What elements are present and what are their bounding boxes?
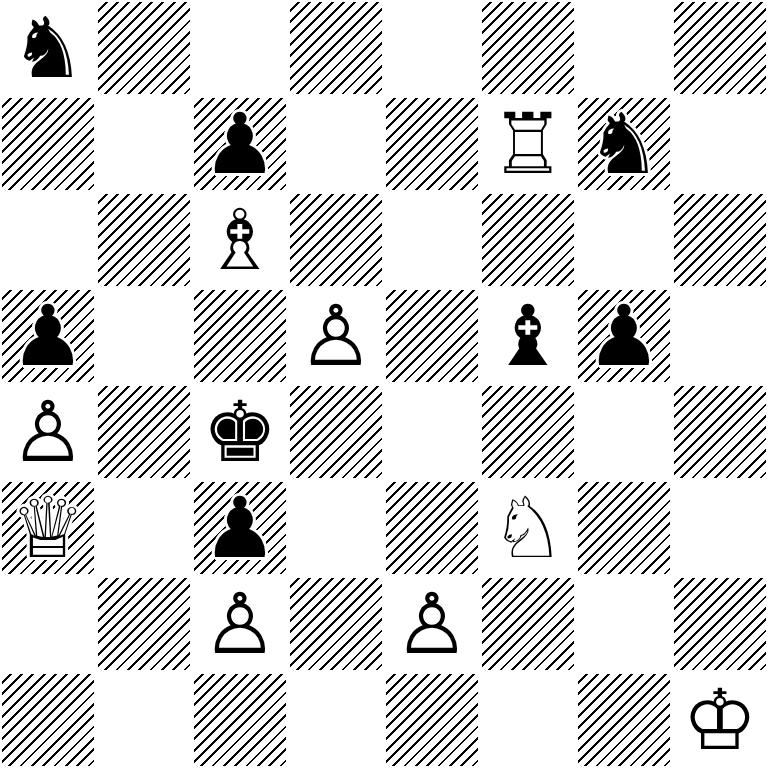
- square-c6[interactable]: ♝♗: [192, 192, 288, 288]
- square-d7[interactable]: [288, 96, 384, 192]
- square-d3[interactable]: [288, 480, 384, 576]
- square-e3[interactable]: [384, 480, 480, 576]
- square-g3[interactable]: [576, 480, 672, 576]
- piece-white-pawn: ♟♙: [288, 288, 384, 384]
- square-e5[interactable]: [384, 288, 480, 384]
- piece-white-king: ♚♔: [672, 672, 768, 768]
- piece-glyph: ♟: [192, 96, 288, 192]
- square-d1[interactable]: [288, 672, 384, 768]
- square-d2[interactable]: [288, 576, 384, 672]
- square-b4[interactable]: [96, 384, 192, 480]
- square-d8[interactable]: [288, 0, 384, 96]
- piece-black-knight: ♞♞: [576, 96, 672, 192]
- square-c1[interactable]: [192, 672, 288, 768]
- square-a2[interactable]: [0, 576, 96, 672]
- square-g4[interactable]: [576, 384, 672, 480]
- square-b2[interactable]: [96, 576, 192, 672]
- square-a4[interactable]: ♟♙: [0, 384, 96, 480]
- square-f4[interactable]: [480, 384, 576, 480]
- piece-white-knight: ♞♘: [480, 480, 576, 576]
- piece-black-pawn: ♟♟: [0, 288, 96, 384]
- piece-glyph: ♟: [0, 288, 96, 384]
- square-a1[interactable]: [0, 672, 96, 768]
- square-d5[interactable]: ♟♙: [288, 288, 384, 384]
- square-b6[interactable]: [96, 192, 192, 288]
- piece-white-queen: ♛♕: [0, 480, 96, 576]
- square-g7[interactable]: ♞♞: [576, 96, 672, 192]
- piece-glyph: ♙: [288, 288, 384, 384]
- square-c4[interactable]: ♚♚: [192, 384, 288, 480]
- square-b8[interactable]: [96, 0, 192, 96]
- piece-black-bishop: ♝♝: [480, 288, 576, 384]
- piece-glyph: ♙: [384, 576, 480, 672]
- piece-white-bishop: ♝♗: [192, 192, 288, 288]
- square-e2[interactable]: ♟♙: [384, 576, 480, 672]
- piece-glyph: ♙: [192, 576, 288, 672]
- piece-white-pawn: ♟♙: [384, 576, 480, 672]
- square-f7[interactable]: ♜♖: [480, 96, 576, 192]
- square-b5[interactable]: [96, 288, 192, 384]
- piece-black-king: ♚♚: [192, 384, 288, 480]
- piece-glyph: ♟: [192, 480, 288, 576]
- piece-glyph: ♞: [0, 0, 96, 96]
- square-f1[interactable]: [480, 672, 576, 768]
- chess-board: ♞♞♟♟♜♖♞♞♝♗♟♟♟♙♝♝♟♟♟♙♚♚♛♕♟♟♞♘♟♙♟♙♚♔: [0, 0, 768, 768]
- square-f8[interactable]: [480, 0, 576, 96]
- square-h6[interactable]: [672, 192, 768, 288]
- square-c8[interactable]: [192, 0, 288, 96]
- square-e8[interactable]: [384, 0, 480, 96]
- square-c7[interactable]: ♟♟: [192, 96, 288, 192]
- piece-glyph: ♞: [576, 96, 672, 192]
- square-b3[interactable]: [96, 480, 192, 576]
- piece-white-pawn: ♟♙: [0, 384, 96, 480]
- piece-glyph: ♝: [480, 288, 576, 384]
- square-h4[interactable]: [672, 384, 768, 480]
- square-b1[interactable]: [96, 672, 192, 768]
- piece-black-knight: ♞♞: [0, 0, 96, 96]
- piece-black-pawn: ♟♟: [192, 96, 288, 192]
- square-f2[interactable]: [480, 576, 576, 672]
- square-c5[interactable]: [192, 288, 288, 384]
- square-d6[interactable]: [288, 192, 384, 288]
- square-h5[interactable]: [672, 288, 768, 384]
- piece-glyph: ♗: [192, 192, 288, 288]
- square-d4[interactable]: [288, 384, 384, 480]
- piece-white-pawn: ♟♙: [192, 576, 288, 672]
- square-b7[interactable]: [96, 96, 192, 192]
- chess-diagram: ♞♞♟♟♜♖♞♞♝♗♟♟♟♙♝♝♟♟♟♙♚♚♛♕♟♟♞♘♟♙♟♙♚♔: [0, 0, 768, 768]
- square-e7[interactable]: [384, 96, 480, 192]
- piece-black-pawn: ♟♟: [576, 288, 672, 384]
- square-e4[interactable]: [384, 384, 480, 480]
- piece-glyph: ♟: [576, 288, 672, 384]
- square-g5[interactable]: ♟♟: [576, 288, 672, 384]
- square-g1[interactable]: [576, 672, 672, 768]
- piece-glyph: ♔: [672, 672, 768, 768]
- square-a7[interactable]: [0, 96, 96, 192]
- piece-glyph: ♙: [0, 384, 96, 480]
- square-a3[interactable]: ♛♕: [0, 480, 96, 576]
- square-f6[interactable]: [480, 192, 576, 288]
- square-a6[interactable]: [0, 192, 96, 288]
- square-f5[interactable]: ♝♝: [480, 288, 576, 384]
- square-g6[interactable]: [576, 192, 672, 288]
- piece-black-pawn: ♟♟: [192, 480, 288, 576]
- square-a5[interactable]: ♟♟: [0, 288, 96, 384]
- square-c3[interactable]: ♟♟: [192, 480, 288, 576]
- square-h2[interactable]: [672, 576, 768, 672]
- square-h8[interactable]: [672, 0, 768, 96]
- piece-glyph: ♖: [480, 96, 576, 192]
- square-c2[interactable]: ♟♙: [192, 576, 288, 672]
- piece-white-rook: ♜♖: [480, 96, 576, 192]
- square-h3[interactable]: [672, 480, 768, 576]
- square-h1[interactable]: ♚♔: [672, 672, 768, 768]
- square-g2[interactable]: [576, 576, 672, 672]
- square-a8[interactable]: ♞♞: [0, 0, 96, 96]
- square-h7[interactable]: [672, 96, 768, 192]
- piece-glyph: ♕: [0, 480, 96, 576]
- square-e6[interactable]: [384, 192, 480, 288]
- piece-glyph: ♘: [480, 480, 576, 576]
- square-e1[interactable]: [384, 672, 480, 768]
- square-f3[interactable]: ♞♘: [480, 480, 576, 576]
- piece-glyph: ♚: [192, 384, 288, 480]
- square-g8[interactable]: [576, 0, 672, 96]
